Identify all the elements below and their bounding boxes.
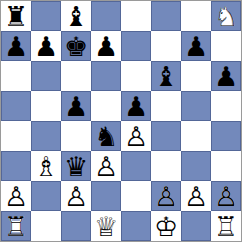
square-g2[interactable]: ♙♙ <box>181 181 211 211</box>
square-f4[interactable] <box>151 121 181 151</box>
white-piece-outline-layer: ♖ <box>1 211 31 241</box>
square-g6[interactable] <box>181 61 211 91</box>
square-e7[interactable] <box>121 31 151 61</box>
square-d1[interactable]: ♛♕ <box>91 211 121 241</box>
piece-black-rook[interactable]: ♜ <box>1 1 31 31</box>
square-h4[interactable] <box>211 121 241 151</box>
square-g7[interactable]: ♟ <box>181 31 211 61</box>
square-c3[interactable]: ♛ <box>61 151 91 181</box>
piece-black-pawn[interactable]: ♟ <box>1 31 31 61</box>
square-h8[interactable]: ♞♘ <box>211 1 241 31</box>
square-d3[interactable]: ♙♙ <box>91 151 121 181</box>
white-piece-outline-layer: ♙ <box>211 181 241 211</box>
piece-black-pawn[interactable]: ♟ <box>211 61 241 91</box>
square-c2[interactable]: ♙♙ <box>61 181 91 211</box>
square-a1[interactable]: ♜♖ <box>1 211 31 241</box>
square-a5[interactable] <box>1 91 31 121</box>
piece-black-pawn[interactable]: ♟ <box>91 31 121 61</box>
square-c6[interactable] <box>61 61 91 91</box>
square-f7[interactable] <box>151 31 181 61</box>
piece-white-king[interactable]: ♚♔ <box>151 211 181 241</box>
piece-white-pawn[interactable]: ♙♙ <box>121 121 151 151</box>
square-f3[interactable] <box>151 151 181 181</box>
white-piece-outline-layer: ♗ <box>31 151 61 181</box>
white-piece-outline-layer: ♙ <box>1 181 31 211</box>
square-a3[interactable] <box>1 151 31 181</box>
square-e4[interactable]: ♙♙ <box>121 121 151 151</box>
piece-white-rook[interactable]: ♜♖ <box>1 211 31 241</box>
white-piece-outline-layer: ♖ <box>211 211 241 241</box>
square-d8[interactable] <box>91 1 121 31</box>
square-d4[interactable]: ♞ <box>91 121 121 151</box>
square-h2[interactable]: ♙♙ <box>211 181 241 211</box>
chess-board: ♜♝♞♘♟♟♚♟♟♝♟♟♟♞♙♙♝♗♛♙♙♙♙♙♙♙♙♙♙♙♙♜♖♛♕♚♔♜♖ <box>0 0 242 242</box>
square-g1[interactable] <box>181 211 211 241</box>
piece-black-pawn[interactable]: ♟ <box>121 91 151 121</box>
square-d5[interactable] <box>91 91 121 121</box>
square-e3[interactable] <box>121 151 151 181</box>
square-e1[interactable] <box>121 211 151 241</box>
white-piece-outline-layer: ♙ <box>61 181 91 211</box>
square-a7[interactable]: ♟ <box>1 31 31 61</box>
square-f1[interactable]: ♚♔ <box>151 211 181 241</box>
square-a4[interactable] <box>1 121 31 151</box>
square-a2[interactable]: ♙♙ <box>1 181 31 211</box>
square-d7[interactable]: ♟ <box>91 31 121 61</box>
square-h6[interactable]: ♟ <box>211 61 241 91</box>
piece-white-knight[interactable]: ♞♘ <box>211 1 241 31</box>
square-f2[interactable]: ♙♙ <box>151 181 181 211</box>
square-c1[interactable] <box>61 211 91 241</box>
white-piece-outline-layer: ♘ <box>211 1 241 31</box>
white-piece-outline-layer: ♙ <box>181 181 211 211</box>
piece-black-queen[interactable]: ♛ <box>61 151 91 181</box>
square-b7[interactable]: ♟ <box>31 31 61 61</box>
square-e5[interactable]: ♟ <box>121 91 151 121</box>
piece-black-pawn[interactable]: ♟ <box>61 91 91 121</box>
piece-white-pawn[interactable]: ♙♙ <box>181 181 211 211</box>
square-e6[interactable] <box>121 61 151 91</box>
square-f8[interactable] <box>151 1 181 31</box>
piece-white-pawn[interactable]: ♙♙ <box>61 181 91 211</box>
white-piece-outline-layer: ♙ <box>151 181 181 211</box>
square-e2[interactable] <box>121 181 151 211</box>
square-b5[interactable] <box>31 91 61 121</box>
piece-black-pawn[interactable]: ♟ <box>181 31 211 61</box>
white-piece-outline-layer: ♙ <box>91 151 121 181</box>
square-d6[interactable] <box>91 61 121 91</box>
square-f5[interactable] <box>151 91 181 121</box>
square-a8[interactable]: ♜ <box>1 1 31 31</box>
piece-black-bishop[interactable]: ♝ <box>61 1 91 31</box>
square-b3[interactable]: ♝♗ <box>31 151 61 181</box>
piece-black-king[interactable]: ♚ <box>61 31 91 61</box>
square-c7[interactable]: ♚ <box>61 31 91 61</box>
square-g8[interactable] <box>181 1 211 31</box>
square-b2[interactable] <box>31 181 61 211</box>
square-h5[interactable] <box>211 91 241 121</box>
square-c5[interactable]: ♟ <box>61 91 91 121</box>
square-c8[interactable]: ♝ <box>61 1 91 31</box>
white-piece-outline-layer: ♔ <box>151 211 181 241</box>
square-g5[interactable] <box>181 91 211 121</box>
white-piece-outline-layer: ♙ <box>121 121 151 151</box>
piece-white-queen[interactable]: ♛♕ <box>91 211 121 241</box>
square-h1[interactable]: ♜♖ <box>211 211 241 241</box>
square-b4[interactable] <box>31 121 61 151</box>
piece-white-pawn[interactable]: ♙♙ <box>211 181 241 211</box>
square-c4[interactable] <box>61 121 91 151</box>
square-b8[interactable] <box>31 1 61 31</box>
piece-white-pawn[interactable]: ♙♙ <box>151 181 181 211</box>
square-d2[interactable] <box>91 181 121 211</box>
square-e8[interactable] <box>121 1 151 31</box>
piece-black-bishop[interactable]: ♝ <box>151 61 181 91</box>
piece-white-bishop[interactable]: ♝♗ <box>31 151 61 181</box>
square-h3[interactable] <box>211 151 241 181</box>
square-h7[interactable] <box>211 31 241 61</box>
piece-black-knight[interactable]: ♞ <box>91 121 121 151</box>
square-g4[interactable] <box>181 121 211 151</box>
square-g3[interactable] <box>181 151 211 181</box>
square-a6[interactable] <box>1 61 31 91</box>
square-f6[interactable]: ♝ <box>151 61 181 91</box>
piece-black-pawn[interactable]: ♟ <box>31 31 61 61</box>
piece-white-pawn[interactable]: ♙♙ <box>91 151 121 181</box>
square-b6[interactable] <box>31 61 61 91</box>
square-b1[interactable] <box>31 211 61 241</box>
white-piece-outline-layer: ♕ <box>91 211 121 241</box>
piece-white-rook[interactable]: ♜♖ <box>211 211 241 241</box>
piece-white-pawn[interactable]: ♙♙ <box>1 181 31 211</box>
